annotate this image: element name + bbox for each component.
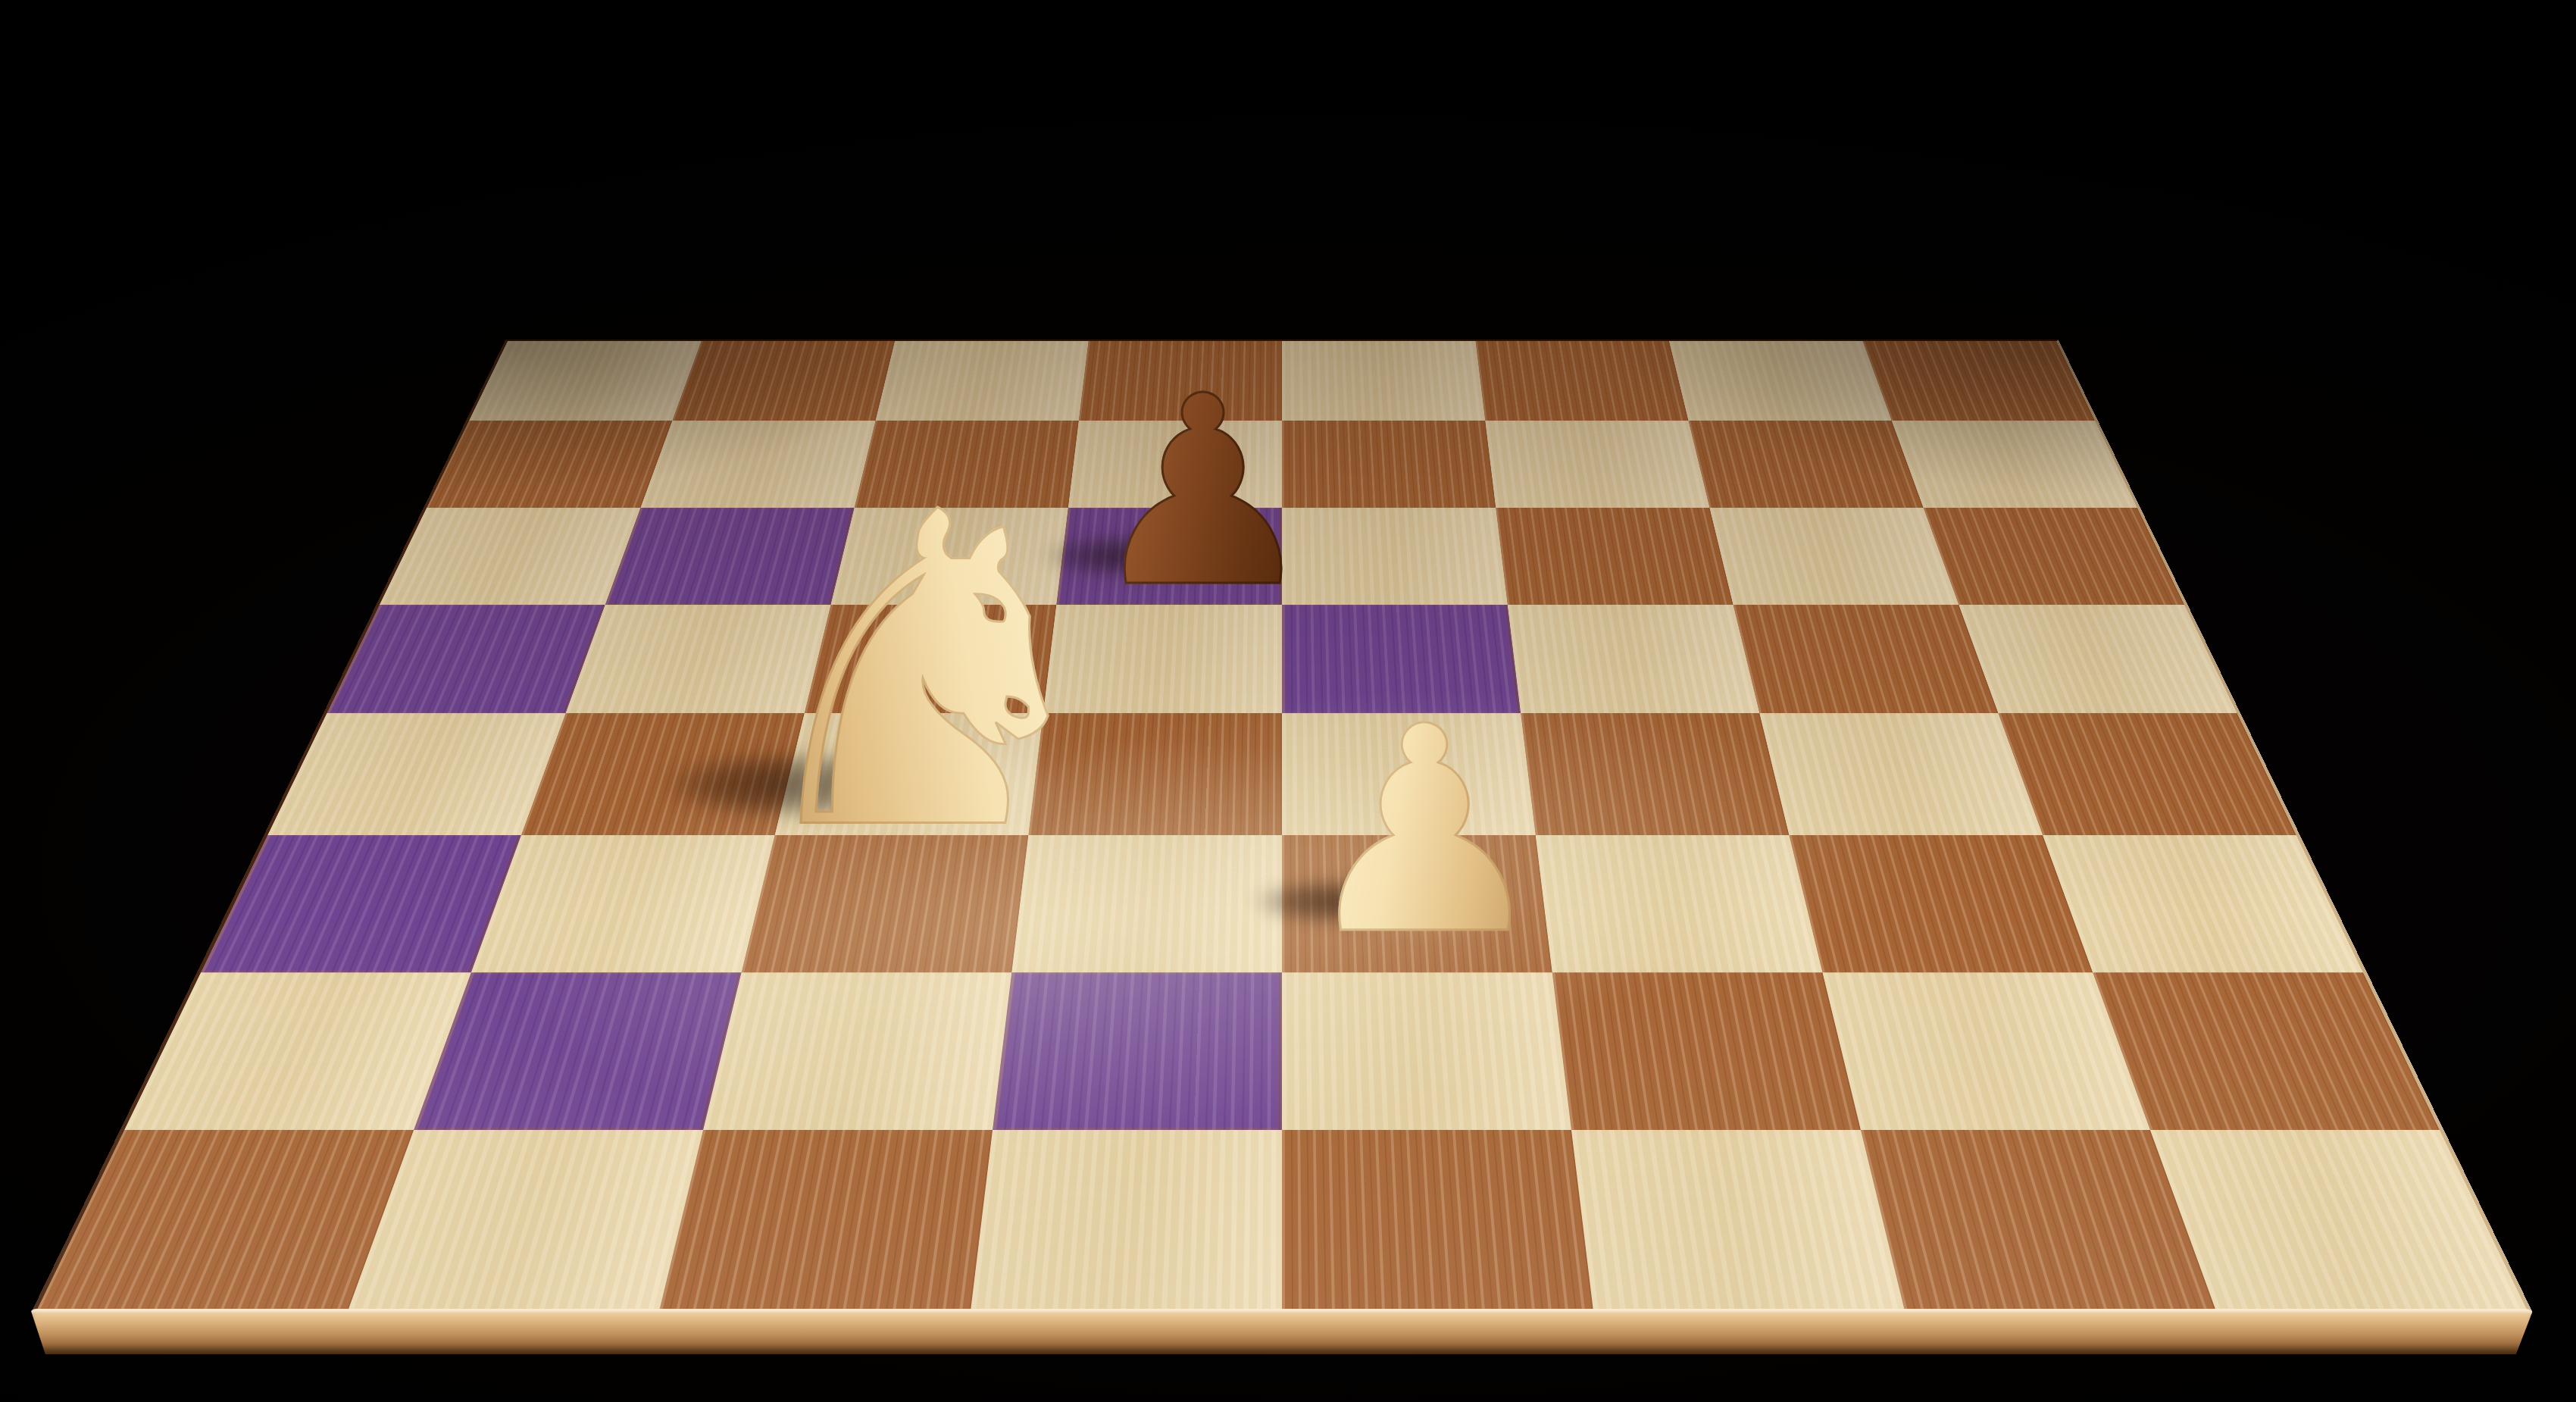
square-g5[interactable] (1733, 605, 1999, 713)
square-b2[interactable] (414, 972, 741, 1130)
square-f7[interactable] (1485, 421, 1709, 508)
square-a7[interactable] (427, 421, 672, 508)
square-e1[interactable] (1282, 1130, 1593, 1311)
square-f4[interactable] (1521, 713, 1789, 835)
square-b8[interactable] (672, 341, 895, 420)
square-f2[interactable] (1552, 972, 1861, 1130)
square-h6[interactable] (1924, 508, 2184, 605)
piece-white-pawn-e3[interactable]: ♟ (1297, 689, 1552, 973)
square-h3[interactable] (2043, 835, 2363, 973)
square-a5[interactable] (327, 605, 605, 713)
scene: ♟♞♟ (0, 0, 2576, 1402)
square-a8[interactable] (469, 341, 701, 420)
square-b3[interactable] (471, 835, 775, 973)
square-g7[interactable] (1688, 421, 1923, 508)
piece-white-knight-c4[interactable]: ♞ (730, 457, 1118, 889)
square-a4[interactable] (267, 713, 565, 835)
square-d1[interactable] (971, 1130, 1282, 1311)
white-pawn-glyph: ♟ (1297, 689, 1552, 973)
square-d2[interactable] (993, 972, 1282, 1130)
square-c2[interactable] (703, 972, 1011, 1130)
board-front-edge (30, 1309, 2534, 1354)
square-g6[interactable] (1709, 508, 1959, 605)
square-h4[interactable] (1998, 713, 2296, 835)
square-f8[interactable] (1476, 341, 1689, 420)
square-a3[interactable] (201, 835, 521, 973)
square-f3[interactable] (1536, 835, 1823, 973)
square-c8[interactable] (876, 341, 1089, 420)
square-e2[interactable] (1282, 972, 1571, 1130)
square-h1[interactable] (2150, 1130, 2528, 1311)
square-f6[interactable] (1496, 508, 1733, 605)
square-a2[interactable] (124, 972, 471, 1130)
piece-black-pawn-d6[interactable]: ♟ (1086, 361, 1320, 623)
square-f1[interactable] (1571, 1130, 1905, 1311)
square-g3[interactable] (1789, 835, 2093, 973)
square-g4[interactable] (1759, 713, 2043, 835)
square-g8[interactable] (1669, 341, 1892, 420)
white-knight-glyph: ♞ (730, 457, 1118, 889)
square-h2[interactable] (2093, 972, 2440, 1130)
black-pawn-glyph: ♟ (1086, 361, 1320, 623)
square-c1[interactable] (659, 1130, 993, 1311)
square-h8[interactable] (1863, 341, 2095, 420)
square-h7[interactable] (1892, 421, 2137, 508)
square-h5[interactable] (1959, 605, 2237, 713)
square-a6[interactable] (380, 508, 640, 605)
